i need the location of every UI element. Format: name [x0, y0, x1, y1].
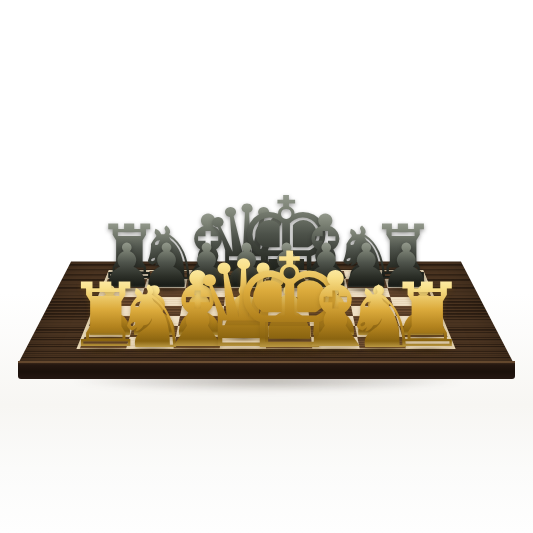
pieces-layer: ♜♞♝♛♚♝♞♜♟♟♟♟♟♟♟♟♟♟♟♟♟♟♟♟♜♞♝♛♚♝♞♜	[0, 0, 533, 533]
chess-set-photo-scene: ♜♞♝♛♚♝♞♜♟♟♟♟♟♟♟♟♟♟♟♟♟♟♟♟♜♞♝♛♚♝♞♜	[0, 0, 533, 533]
piece-white-rook[interactable]: ♜	[388, 272, 467, 360]
